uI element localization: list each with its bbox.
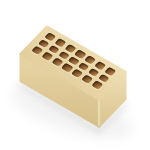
brick-hole [31,46,43,55]
brick-hole [51,57,63,66]
brick-hole [91,80,103,89]
brick-hole [74,50,86,59]
brick-hole [44,32,56,41]
scene [0,0,150,150]
brick-hole [81,75,93,84]
brick-hole [104,67,116,76]
brick-hole [61,63,73,72]
brick-hole [94,61,106,70]
brick-hole [54,38,66,47]
brick-hole [71,69,83,78]
brick-hole [41,52,53,61]
brick-hole [64,44,76,53]
brick-hole [84,55,96,64]
